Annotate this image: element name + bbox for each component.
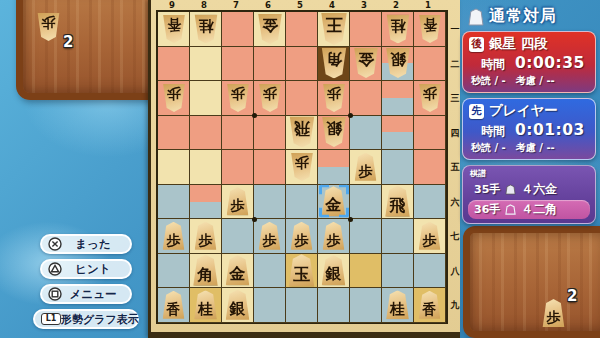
piece-sente[interactable]: 玉 [288,254,315,286]
board-square[interactable] [414,150,446,185]
board-square[interactable] [286,12,318,47]
board-square[interactable]: 王 [318,12,350,47]
board-square[interactable]: 香 [414,288,446,323]
controls: まった ヒント メニュー L1 形勢グラフ表示 [40,234,150,334]
sente-player-card: 先 プレイヤー 時間 0:01:03 秒読 / - 考慮 / -- [462,98,596,160]
board-square[interactable] [254,150,286,185]
board-square[interactable]: 歩 [286,150,318,185]
board-square[interactable]: 香 [158,288,190,323]
kifu-move-35[interactable]: 35手 ４六金 [468,180,590,199]
board-square[interactable] [286,185,318,220]
shogi-piece-icon [468,8,484,26]
file-label: 7 [220,0,252,10]
board-square[interactable]: 金 [222,254,254,289]
board-square[interactable] [382,254,414,289]
board-square[interactable] [158,47,190,82]
star-point [348,113,353,118]
piece-sente[interactable]: 桂 [194,290,218,319]
piece-sente[interactable]: 歩 [194,222,217,250]
file-coordinates: 987654321 [156,0,444,10]
board-square[interactable] [254,116,286,151]
board-square[interactable]: 香 [414,12,446,47]
board-square[interactable]: 歩 [190,219,222,254]
game-screen: 歩 2 歩 2 987654321 香桂金王桂香角金銀歩歩歩歩歩飛銀歩歩歩金飛歩… [0,0,600,338]
board-square[interactable] [254,254,286,289]
board-square[interactable] [190,150,222,185]
board-grid: 香桂金王桂香角金銀歩歩歩歩歩飛銀歩歩歩金飛歩歩歩歩歩歩角金玉銀香桂銀桂香 [156,10,448,324]
piece-sente[interactable]: 飛 [385,186,411,217]
kifu-move-text: ４二角 [521,201,557,218]
piece-gote[interactable]: 歩 [258,84,281,112]
piece-sente[interactable]: 歩 [258,222,281,250]
board-square[interactable] [350,81,382,116]
gote-piece-icon [505,204,516,215]
hand-piece-sente[interactable]: 歩 [542,299,565,327]
piece-gote[interactable]: 銀 [321,117,346,147]
board-square[interactable] [382,219,414,254]
file-label: 9 [156,0,188,10]
board-square[interactable] [318,288,350,323]
gote-player-card: 後 銀星 四段 時間 0:00:35 秒読 / - 考慮 / -- [462,31,596,93]
rank-label: 九 [448,288,462,323]
board-square[interactable] [382,150,414,185]
piece-gote[interactable]: 角 [321,48,347,79]
file-label: 1 [412,0,444,10]
board-square[interactable] [158,150,190,185]
graph-label: 形勢グラフ表示 [61,312,139,327]
graph-button[interactable]: L1 形勢グラフ表示 [33,309,139,329]
board-square[interactable]: 角 [318,47,350,82]
board-square[interactable]: 歩 [318,219,350,254]
piece-sente[interactable]: 金 [225,255,250,285]
piece-gote[interactable]: 桂 [194,14,218,43]
board-square[interactable]: 飛 [382,185,414,220]
square-button-icon [48,287,62,301]
board-edge [151,332,460,338]
piece-gote[interactable]: 歩 [162,84,185,112]
board-square[interactable] [350,185,382,220]
piece-gote[interactable]: 歩 [322,84,345,112]
piece-sente[interactable]: 歩 [542,299,565,327]
komadai-gote: 歩 2 [16,0,166,100]
piece-sente[interactable]: 歩 [226,187,249,215]
rank-label: 八 [448,254,462,289]
board-square[interactable] [190,47,222,82]
shogi-board: 987654321 香桂金王桂香角金銀歩歩歩歩歩飛銀歩歩歩金飛歩歩歩歩歩歩角金玉… [148,0,460,338]
sente-name: プレイヤー [489,102,558,120]
board-square[interactable]: 桂 [382,12,414,47]
board-square[interactable] [414,185,446,220]
sente-byoyomi: 秒読 / - 考慮 / -- [469,140,589,156]
board-square[interactable] [254,47,286,82]
piece-gote[interactable]: 王 [320,13,347,45]
board-square[interactable]: 桂 [190,12,222,47]
board-square[interactable] [286,288,318,323]
board-square[interactable] [286,81,318,116]
piece-sente[interactable]: 銀 [321,255,346,285]
board-square[interactable] [190,185,222,220]
hand-piece-gote[interactable]: 歩 [37,13,60,41]
selection-cursor [319,185,349,218]
l1-button-icon: L1 [41,313,61,325]
star-point [252,217,257,222]
board-square[interactable] [350,254,382,289]
board-square[interactable] [350,12,382,47]
file-label: 3 [348,0,380,10]
board-square[interactable]: 飛 [286,116,318,151]
file-label: 2 [380,0,412,10]
board-square[interactable] [382,81,414,116]
piece-sente[interactable]: 香 [162,291,185,319]
board-square[interactable] [222,116,254,151]
matta-button[interactable]: まった [40,234,132,254]
piece-sente[interactable]: 歩 [290,222,313,250]
piece-sente[interactable]: 角 [193,255,219,286]
sente-piece-icon [505,184,516,195]
piece-sente[interactable]: 歩 [322,222,345,250]
piece-gote[interactable]: 金 [257,14,282,44]
board-square[interactable]: 玉 [286,254,318,289]
piece-sente[interactable]: 歩 [418,222,441,250]
board-square[interactable] [350,116,382,151]
menu-label: メニュー [62,287,124,302]
board-square[interactable] [222,12,254,47]
board-square[interactable]: 歩 [414,219,446,254]
board-square[interactable]: 歩 [158,81,190,116]
board-square[interactable]: 銀 [318,116,350,151]
board-square[interactable] [286,47,318,82]
hint-label: ヒント [62,262,124,277]
file-label: 8 [188,0,220,10]
piece-sente[interactable]: 香 [418,291,441,319]
kifu-move-36[interactable]: 36手 ４二角 [468,200,590,219]
board-square[interactable] [222,219,254,254]
board-square[interactable]: 銀 [222,288,254,323]
sente-badge: 先 [469,104,484,119]
menu-button[interactable]: メニュー [40,284,132,304]
piece-gote[interactable]: 歩 [290,153,313,181]
piece-gote[interactable]: 歩 [226,84,249,112]
piece-sente[interactable]: 歩 [162,222,185,250]
board-square[interactable] [350,288,382,323]
piece-gote[interactable]: 桂 [386,14,410,43]
kifu-move-number: 36手 [474,202,500,217]
piece-gote[interactable]: 歩 [37,13,60,41]
kifu-move-text: ４六金 [521,181,557,198]
board-square[interactable]: 角 [190,254,222,289]
board-square[interactable] [158,185,190,220]
board-square[interactable] [350,219,382,254]
sente-time-value: 0:01:03 [515,121,585,139]
kifu-move-number: 35手 [474,182,500,197]
board-square[interactable] [158,254,190,289]
board-square[interactable] [414,254,446,289]
mode-title: 通常対局 [489,6,557,27]
piece-sente[interactable]: 銀 [225,290,250,320]
hand-count-gote: 2 [63,33,73,51]
board-square[interactable]: 桂 [382,288,414,323]
triangle-button-icon [48,262,62,276]
kifu-title: 棋譜 [468,168,590,179]
piece-gote[interactable]: 歩 [418,84,441,112]
hand-count-sente: 2 [567,287,577,305]
rank-label: 七 [448,219,462,254]
gote-name: 銀星 四段 [489,35,548,53]
board-square[interactable]: 歩 [318,81,350,116]
gote-byoyomi: 秒読 / - 考慮 / -- [469,73,589,89]
hint-button[interactable]: ヒント [40,259,132,279]
board-square[interactable]: 歩 [350,150,382,185]
file-label: 6 [252,0,284,10]
board-square[interactable]: 歩 [254,219,286,254]
piece-gote[interactable]: 飛 [289,117,315,148]
board-square[interactable]: 歩 [286,219,318,254]
board-square[interactable]: 歩 [254,81,286,116]
kifu-panel: 棋譜 35手 ４六金 36手 ４二角 [462,165,596,224]
board-square[interactable]: 歩 [222,185,254,220]
board-square[interactable]: 歩 [414,81,446,116]
board-square[interactable]: 桂 [190,288,222,323]
board-square[interactable]: 歩 [222,81,254,116]
board-square[interactable] [254,288,286,323]
gote-time-label: 時間 [481,56,505,73]
file-label: 4 [316,0,348,10]
board-square[interactable] [254,185,286,220]
matta-label: まった [62,237,124,252]
board-square[interactable] [222,47,254,82]
board-square[interactable] [318,150,350,185]
cross-button-icon [48,237,62,251]
piece-gote[interactable]: 銀 [385,48,410,78]
board-square[interactable]: 銀 [318,254,350,289]
gote-time-value: 0:00:35 [515,54,585,72]
board-square[interactable]: 金 [254,12,286,47]
piece-sente[interactable]: 歩 [354,153,377,181]
board-square[interactable] [190,116,222,151]
mode-header: 通常対局 [458,0,600,31]
komadai-sente: 歩 2 [463,226,600,338]
gote-badge: 後 [469,37,484,52]
board-square[interactable]: 歩 [158,219,190,254]
board-square[interactable] [190,81,222,116]
sente-time-label: 時間 [481,123,505,140]
board-square[interactable] [222,150,254,185]
board-square[interactable]: 香 [158,12,190,47]
info-panel: 通常対局 後 銀星 四段 時間 0:00:35 秒読 / - 考慮 / -- 先… [458,0,600,224]
board-square[interactable] [382,116,414,151]
board-square[interactable] [414,116,446,151]
piece-sente[interactable]: 桂 [386,290,410,319]
board-square[interactable]: 銀 [382,47,414,82]
board-square[interactable] [414,47,446,82]
star-point [252,113,257,118]
piece-gote[interactable]: 金 [353,48,378,78]
piece-gote[interactable]: 香 [418,15,441,43]
board-square[interactable] [158,116,190,151]
piece-gote[interactable]: 香 [162,15,185,43]
board-square[interactable]: 金 [318,185,350,220]
file-label: 5 [284,0,316,10]
board-square[interactable]: 金 [350,47,382,82]
